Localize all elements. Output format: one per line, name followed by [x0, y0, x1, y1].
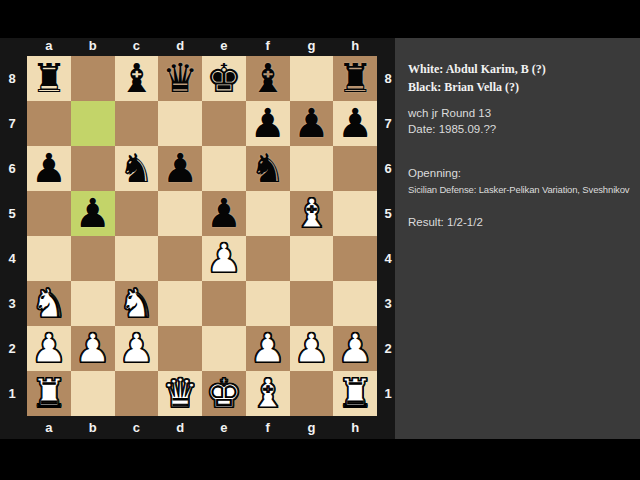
- file-label-top-d: d: [158, 37, 202, 53]
- rank-label-right-5: 5: [380, 191, 396, 236]
- square-h2[interactable]: ♟: [333, 326, 377, 371]
- piece-white-pawn[interactable]: ♟: [118, 328, 154, 368]
- square-a5[interactable]: [27, 191, 71, 236]
- rank-label-left-5: 5: [4, 191, 20, 236]
- piece-white-pawn[interactable]: ♟: [206, 238, 242, 278]
- square-c2[interactable]: ♟: [115, 326, 159, 371]
- file-label-bottom-e: e: [202, 419, 246, 435]
- black-player-line: Black: Brian Vella (?): [408, 80, 519, 95]
- file-label-bottom-f: f: [246, 419, 290, 435]
- rank-label-left-1: 1: [4, 371, 20, 416]
- square-h6[interactable]: [333, 146, 377, 191]
- file-label-bottom-b: b: [71, 419, 115, 435]
- square-e4[interactable]: ♟: [202, 236, 246, 281]
- square-a8[interactable]: ♜: [27, 56, 71, 101]
- piece-white-bishop[interactable]: ♝: [293, 193, 329, 233]
- square-d3[interactable]: [158, 281, 202, 326]
- date-line: Date: 1985.09.??: [408, 123, 496, 135]
- square-c8[interactable]: ♝: [115, 56, 159, 101]
- square-f8[interactable]: ♝: [246, 56, 290, 101]
- file-labels-bottom: abcdefgh: [27, 419, 377, 435]
- file-label-top-c: c: [115, 37, 159, 53]
- square-b6[interactable]: [71, 146, 115, 191]
- square-d5[interactable]: [158, 191, 202, 236]
- square-c1[interactable]: [115, 371, 159, 416]
- piece-white-pawn[interactable]: ♟: [75, 328, 111, 368]
- square-e7[interactable]: [202, 101, 246, 146]
- square-d8[interactable]: ♛: [158, 56, 202, 101]
- rank-label-left-2: 2: [4, 326, 20, 371]
- square-c7[interactable]: [115, 101, 159, 146]
- square-e5[interactable]: ♟: [202, 191, 246, 236]
- piece-black-bishop[interactable]: ♝: [250, 58, 286, 98]
- piece-black-pawn[interactable]: ♟: [162, 148, 198, 188]
- square-d7[interactable]: [158, 101, 202, 146]
- opening-name-line: Sicilian Defense: Lasker-Pelikan Variati…: [408, 184, 629, 195]
- rank-label-left-6: 6: [4, 146, 20, 191]
- piece-white-rook[interactable]: ♜: [31, 373, 67, 413]
- square-c6[interactable]: ♞: [115, 146, 159, 191]
- rank-label-left-8: 8: [4, 56, 20, 101]
- square-f5[interactable]: [246, 191, 290, 236]
- square-h8[interactable]: ♜: [333, 56, 377, 101]
- rank-label-right-3: 3: [380, 281, 396, 326]
- chess-board[interactable]: ♜♝♛♚♝♜♟♟♟♟♞♟♞♟♟♝♟♞♞♟♟♟♟♟♟♜♛♚♝♜: [27, 56, 377, 416]
- file-label-top-a: a: [27, 37, 71, 53]
- square-g3[interactable]: [290, 281, 334, 326]
- square-g4[interactable]: [290, 236, 334, 281]
- square-g8[interactable]: [290, 56, 334, 101]
- piece-white-bishop[interactable]: ♝: [250, 373, 286, 413]
- file-label-top-f: f: [246, 37, 290, 53]
- piece-white-pawn[interactable]: ♟: [337, 328, 373, 368]
- piece-black-rook[interactable]: ♜: [337, 58, 373, 98]
- square-h7[interactable]: ♟: [333, 101, 377, 146]
- piece-white-rook[interactable]: ♜: [337, 373, 373, 413]
- file-label-top-h: h: [333, 37, 377, 53]
- file-label-bottom-g: g: [290, 419, 334, 435]
- file-labels-top: abcdefgh: [27, 37, 377, 53]
- rank-label-right-8: 8: [380, 56, 396, 101]
- piece-black-queen[interactable]: ♛: [162, 58, 198, 98]
- square-a7[interactable]: [27, 101, 71, 146]
- square-h4[interactable]: [333, 236, 377, 281]
- square-b4[interactable]: [71, 236, 115, 281]
- file-label-top-b: b: [71, 37, 115, 53]
- square-b2[interactable]: ♟: [71, 326, 115, 371]
- square-g5[interactable]: ♝: [290, 191, 334, 236]
- piece-white-queen[interactable]: ♛: [162, 373, 198, 413]
- piece-white-knight[interactable]: ♞: [118, 283, 154, 323]
- piece-black-pawn[interactable]: ♟: [206, 193, 242, 233]
- square-f3[interactable]: [246, 281, 290, 326]
- result-line: Result: 1/2-1/2: [408, 216, 483, 228]
- white-player-line: White: Abdul Karim, B (?): [408, 62, 546, 77]
- square-d1[interactable]: ♛: [158, 371, 202, 416]
- square-d2[interactable]: [158, 326, 202, 371]
- square-e3[interactable]: [202, 281, 246, 326]
- piece-black-pawn[interactable]: ♟: [75, 193, 111, 233]
- rank-label-left-7: 7: [4, 101, 20, 146]
- square-f2[interactable]: ♟: [246, 326, 290, 371]
- rank-label-right-1: 1: [380, 371, 396, 416]
- square-g6[interactable]: [290, 146, 334, 191]
- opening-label: Openning:: [408, 167, 461, 179]
- square-d4[interactable]: [158, 236, 202, 281]
- piece-white-king[interactable]: ♚: [206, 373, 242, 413]
- square-a2[interactable]: ♟: [27, 326, 71, 371]
- square-b3[interactable]: [71, 281, 115, 326]
- square-f7[interactable]: ♟: [246, 101, 290, 146]
- square-a1[interactable]: ♜: [27, 371, 71, 416]
- rank-label-right-6: 6: [380, 146, 396, 191]
- game-info-sidebar: White: Abdul Karim, B (?) Black: Brian V…: [395, 38, 640, 439]
- square-e6[interactable]: [202, 146, 246, 191]
- rank-labels-left: 87654321: [4, 56, 20, 416]
- piece-black-knight[interactable]: ♞: [250, 148, 286, 188]
- square-b1[interactable]: [71, 371, 115, 416]
- piece-white-pawn[interactable]: ♟: [250, 328, 286, 368]
- square-a6[interactable]: ♟: [27, 146, 71, 191]
- rank-label-right-7: 7: [380, 101, 396, 146]
- rank-label-left-4: 4: [4, 236, 20, 281]
- piece-black-pawn[interactable]: ♟: [337, 103, 373, 143]
- square-h1[interactable]: ♜: [333, 371, 377, 416]
- square-f1[interactable]: ♝: [246, 371, 290, 416]
- file-label-bottom-a: a: [27, 419, 71, 435]
- square-f4[interactable]: [246, 236, 290, 281]
- square-c4[interactable]: [115, 236, 159, 281]
- file-label-top-e: e: [202, 37, 246, 53]
- piece-white-pawn[interactable]: ♟: [31, 328, 67, 368]
- piece-black-knight[interactable]: ♞: [118, 148, 154, 188]
- square-e2[interactable]: [202, 326, 246, 371]
- piece-white-pawn[interactable]: ♟: [293, 328, 329, 368]
- event-round-line: wch jr Round 13: [408, 107, 491, 119]
- square-a3[interactable]: ♞: [27, 281, 71, 326]
- square-b7[interactable]: [71, 101, 115, 146]
- square-b5[interactable]: ♟: [71, 191, 115, 236]
- piece-black-pawn[interactable]: ♟: [293, 103, 329, 143]
- piece-black-rook[interactable]: ♜: [31, 58, 67, 98]
- square-d6[interactable]: ♟: [158, 146, 202, 191]
- square-c3[interactable]: ♞: [115, 281, 159, 326]
- rank-label-left-3: 3: [4, 281, 20, 326]
- square-g1[interactable]: [290, 371, 334, 416]
- square-g7[interactable]: ♟: [290, 101, 334, 146]
- file-label-top-g: g: [290, 37, 334, 53]
- file-label-bottom-h: h: [333, 419, 377, 435]
- square-h5[interactable]: [333, 191, 377, 236]
- rank-label-right-2: 2: [380, 326, 396, 371]
- square-a4[interactable]: [27, 236, 71, 281]
- piece-black-bishop[interactable]: ♝: [118, 58, 154, 98]
- piece-white-knight[interactable]: ♞: [31, 283, 67, 323]
- file-label-bottom-d: d: [158, 419, 202, 435]
- rank-label-right-4: 4: [380, 236, 396, 281]
- file-label-bottom-c: c: [115, 419, 159, 435]
- square-h3[interactable]: [333, 281, 377, 326]
- square-c5[interactable]: [115, 191, 159, 236]
- square-g2[interactable]: ♟: [290, 326, 334, 371]
- piece-black-pawn[interactable]: ♟: [31, 148, 67, 188]
- square-e8[interactable]: ♚: [202, 56, 246, 101]
- piece-black-pawn[interactable]: ♟: [250, 103, 286, 143]
- square-f6[interactable]: ♞: [246, 146, 290, 191]
- rank-labels-right: 87654321: [380, 56, 396, 416]
- square-b8[interactable]: [71, 56, 115, 101]
- piece-black-king[interactable]: ♚: [206, 58, 242, 98]
- square-e1[interactable]: ♚: [202, 371, 246, 416]
